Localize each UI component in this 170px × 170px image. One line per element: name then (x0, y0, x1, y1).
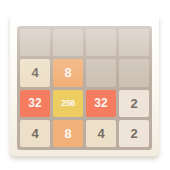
empty-cell-r2c3 (86, 59, 116, 86)
screenshot-root: { "game": "2048", "board": { "rows": 4, … (0, 0, 170, 170)
empty-cell-r1c2 (53, 29, 83, 56)
tile-32-r3c1: 32 (20, 90, 50, 117)
board-grid[interactable]: 48322563224842 (17, 26, 152, 150)
icon-card: 48322563224842 (10, 14, 159, 156)
empty-cell-r1c4 (119, 29, 149, 56)
tile-2-r4c4: 2 (119, 120, 149, 147)
empty-cell-r1c3 (86, 29, 116, 56)
empty-cell-r1c1 (20, 29, 50, 56)
tile-4-r2c1: 4 (20, 59, 50, 86)
tile-8-r2c2: 8 (53, 59, 83, 86)
tile-32-r3c3: 32 (86, 90, 116, 117)
tile-8-r4c2: 8 (53, 120, 83, 147)
empty-cell-r2c4 (119, 59, 149, 86)
tile-256-r3c2: 256 (53, 90, 83, 117)
tile-4-r4c1: 4 (20, 120, 50, 147)
tile-2-r3c4: 2 (119, 90, 149, 117)
tile-4-r4c3: 4 (86, 120, 116, 147)
